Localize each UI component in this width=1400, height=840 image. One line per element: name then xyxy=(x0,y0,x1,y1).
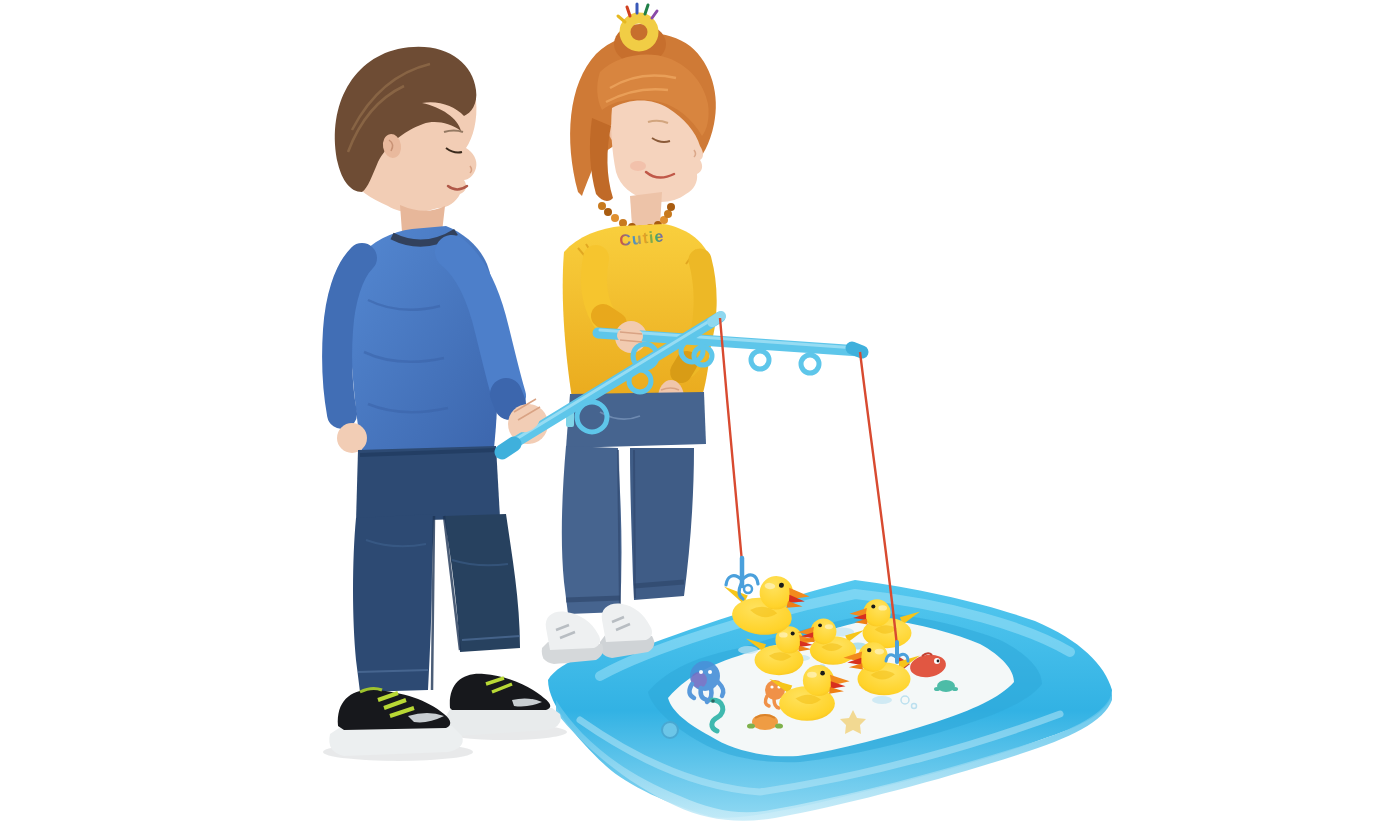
boy-jeans xyxy=(353,446,520,692)
girl-side-hair xyxy=(590,118,613,201)
boy-far-hand xyxy=(337,423,367,453)
boy xyxy=(329,47,561,756)
scene-svg: Cutie xyxy=(0,0,1400,840)
boy-near-cuff xyxy=(506,394,510,404)
boy-fishing-line xyxy=(720,318,742,562)
girl-near-cuff xyxy=(603,316,615,324)
hook-holding-caught-duck xyxy=(726,558,758,599)
girl-far-cuff xyxy=(681,362,687,372)
girl-blush xyxy=(630,161,646,171)
product-photo-scene: Cutie xyxy=(0,0,1400,840)
pool-air-valve xyxy=(662,722,678,738)
girl-jeans xyxy=(562,392,706,614)
